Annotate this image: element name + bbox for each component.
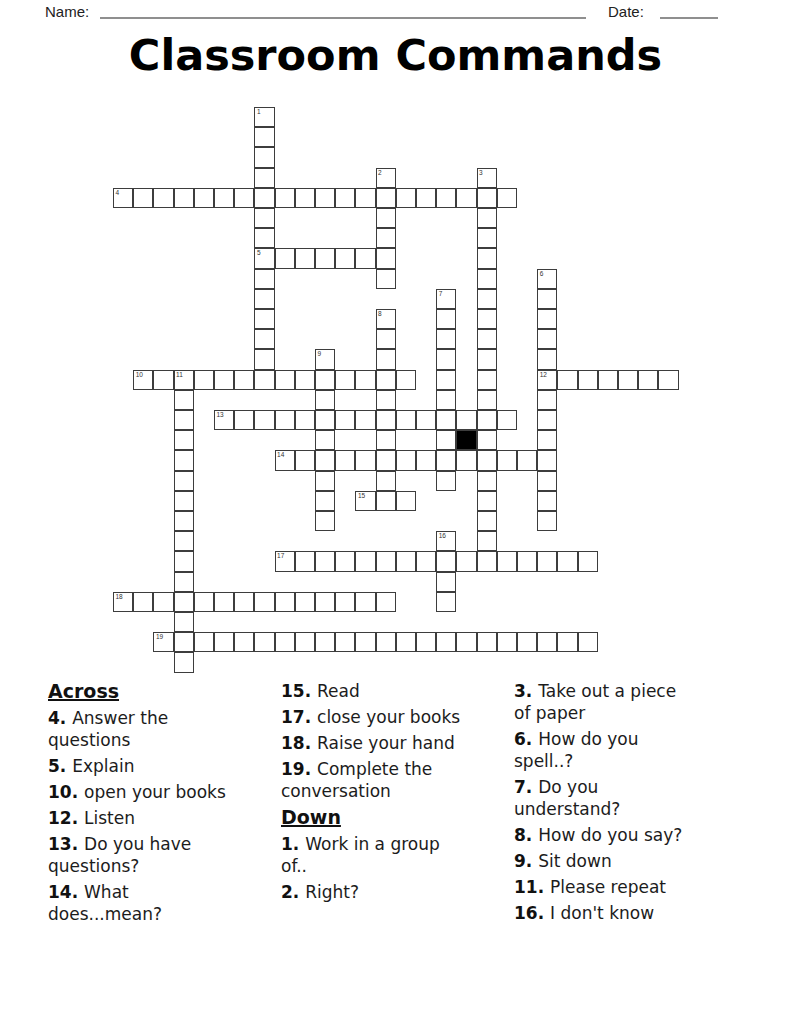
grid-cell[interactable] (174, 450, 194, 470)
grid-cell[interactable] (254, 188, 274, 208)
grid-cell[interactable] (194, 592, 214, 612)
grid-cell[interactable] (254, 147, 274, 167)
grid-cell[interactable] (315, 248, 335, 268)
grid-cell[interactable] (376, 329, 396, 349)
grid-cell[interactable] (557, 551, 577, 571)
grid-cell[interactable]: 1 (254, 107, 274, 127)
grid-cell[interactable] (416, 551, 436, 571)
grid-cell[interactable] (315, 430, 335, 450)
grid-cell[interactable] (295, 450, 315, 470)
grid-cell[interactable] (194, 632, 214, 652)
grid-cell[interactable] (537, 450, 557, 470)
grid-cell[interactable] (396, 551, 416, 571)
grid-cell[interactable] (214, 632, 234, 652)
grid-cell[interactable] (517, 632, 537, 652)
date-line (660, 3, 718, 19)
down-header: Down (281, 806, 506, 828)
crossword-grid: 12345678910111213141516171819 (113, 107, 679, 673)
cell-number: 1 (257, 108, 261, 116)
clue-down-8: 8. How do you say? (514, 824, 729, 846)
grid-cell[interactable] (234, 410, 254, 430)
grid-cell[interactable]: 17 (275, 551, 295, 571)
grid-cell[interactable] (376, 349, 396, 369)
grid-cell[interactable] (396, 188, 416, 208)
grid-cell[interactable] (174, 652, 194, 672)
grid-cell[interactable] (335, 410, 355, 430)
grid-cell[interactable] (497, 188, 517, 208)
grid-cell[interactable] (416, 632, 436, 652)
grid-cell[interactable]: 19 (153, 632, 173, 652)
grid-cell[interactable] (537, 390, 557, 410)
grid-cell[interactable] (537, 349, 557, 369)
grid-cell[interactable] (537, 471, 557, 491)
grid-cell[interactable] (436, 329, 456, 349)
grid-cell[interactable] (174, 188, 194, 208)
grid-cell[interactable]: 18 (113, 592, 133, 612)
black-cell (456, 430, 476, 450)
cell-number: 16 (439, 532, 446, 540)
grid-cell[interactable] (477, 269, 497, 289)
grid-cell[interactable] (477, 188, 497, 208)
grid-cell[interactable] (396, 491, 416, 511)
grid-cell[interactable] (416, 410, 436, 430)
grid-cell[interactable] (174, 410, 194, 430)
grid-cell[interactable] (477, 208, 497, 228)
cell-number: 7 (439, 290, 443, 298)
worksheet-page: Name: Date: Classroom Commands 123456789… (0, 0, 791, 1024)
grid-cell[interactable] (174, 531, 194, 551)
grid-cell[interactable] (194, 188, 214, 208)
grid-cell[interactable] (436, 592, 456, 612)
grid-cell[interactable] (436, 410, 456, 430)
grid-cell[interactable] (477, 471, 497, 491)
grid-cell[interactable] (376, 188, 396, 208)
grid-cell[interactable] (335, 450, 355, 470)
grid-cell[interactable] (355, 370, 375, 390)
grid-cell[interactable] (315, 511, 335, 531)
grid-cell[interactable] (497, 632, 517, 652)
grid-cell[interactable] (254, 269, 274, 289)
grid-cell[interactable] (456, 188, 476, 208)
grid-cell[interactable] (315, 632, 335, 652)
cell-number: 12 (540, 371, 547, 379)
grid-cell[interactable] (295, 632, 315, 652)
grid-cell[interactable]: 2 (376, 168, 396, 188)
grid-cell[interactable] (557, 370, 577, 390)
grid-cell[interactable] (537, 430, 557, 450)
grid-cell[interactable] (315, 390, 335, 410)
grid-cell[interactable] (477, 349, 497, 369)
grid-cell[interactable] (234, 592, 254, 612)
grid-cell[interactable] (456, 450, 476, 470)
grid-cell[interactable] (477, 551, 497, 571)
grid-cell[interactable] (275, 248, 295, 268)
grid-cell[interactable] (315, 450, 335, 470)
grid-cell[interactable] (275, 592, 295, 612)
date-label: Date: (608, 3, 644, 20)
grid-cell[interactable] (254, 309, 274, 329)
grid-cell[interactable] (335, 551, 355, 571)
clues-col-1: Across4. Answer the questions5. Explain1… (48, 680, 273, 929)
grid-cell[interactable] (315, 370, 335, 390)
clue-number: 13. (48, 834, 84, 854)
grid-cell[interactable] (174, 390, 194, 410)
grid-cell[interactable] (315, 410, 335, 430)
cell-number: 3 (479, 169, 483, 177)
clue-text: Sit down (538, 851, 611, 871)
grid-cell[interactable] (658, 370, 678, 390)
grid-cell[interactable] (578, 551, 598, 571)
grid-cell[interactable]: 6 (537, 269, 557, 289)
grid-cell[interactable]: 5 (254, 248, 274, 268)
grid-cell[interactable] (153, 592, 173, 612)
grid-cell[interactable] (315, 592, 335, 612)
grid-cell[interactable] (174, 632, 194, 652)
clue-text: Explain (72, 756, 134, 776)
clue-number: 11. (514, 877, 550, 897)
grid-cell[interactable] (254, 168, 274, 188)
grid-cell[interactable] (376, 208, 396, 228)
grid-cell[interactable] (335, 592, 355, 612)
grid-cell[interactable] (275, 410, 295, 430)
cell-number: 17 (277, 552, 284, 560)
grid-cell[interactable] (315, 188, 335, 208)
grid-cell[interactable] (436, 370, 456, 390)
grid-cell[interactable] (537, 551, 557, 571)
clue-number: 15. (281, 681, 317, 701)
grid-cell[interactable] (416, 450, 436, 470)
clue-number: 7. (514, 777, 538, 797)
grid-cell[interactable] (315, 491, 335, 511)
grid-cell[interactable] (436, 471, 456, 491)
grid-cell[interactable] (456, 551, 476, 571)
grid-cell[interactable]: 12 (537, 370, 557, 390)
grid-cell[interactable] (537, 491, 557, 511)
clue-number: 4. (48, 708, 72, 728)
clue-text: Please repeat (550, 877, 666, 897)
grid-cell[interactable] (456, 410, 476, 430)
clue-text: Take out a piece of paper (514, 681, 676, 723)
grid-cell[interactable] (174, 491, 194, 511)
grid-cell[interactable] (376, 450, 396, 470)
grid-cell[interactable] (436, 309, 456, 329)
clue-across-13: 13. Do you have questions? (48, 833, 273, 877)
grid-cell[interactable] (477, 531, 497, 551)
grid-cell[interactable]: 16 (436, 531, 456, 551)
cell-number: 14 (277, 451, 284, 459)
grid-cell[interactable] (416, 188, 436, 208)
grid-cell[interactable] (254, 632, 274, 652)
grid-cell[interactable] (214, 188, 234, 208)
grid-cell[interactable] (335, 248, 355, 268)
name-label: Name: (45, 3, 89, 20)
cell-number: 5 (257, 249, 261, 257)
grid-cell[interactable] (396, 632, 416, 652)
cell-number: 11 (176, 371, 183, 379)
grid-cell[interactable] (315, 551, 335, 571)
cell-number: 13 (217, 411, 224, 419)
grid-cell[interactable] (396, 450, 416, 470)
grid-cell[interactable] (254, 208, 274, 228)
clues-col-2: 15. Read17. close your books18. Raise yo… (281, 680, 506, 907)
cell-number: 19 (156, 633, 163, 641)
clue-number: 12. (48, 808, 84, 828)
grid-cell[interactable] (295, 592, 315, 612)
grid-cell[interactable] (477, 632, 497, 652)
clue-across-5: 5. Explain (48, 755, 273, 777)
clue-down-16: 16. I don't know (514, 902, 729, 924)
clue-text: open your books (84, 782, 226, 802)
clue-across-14: 14. What does...mean? (48, 881, 273, 925)
clues-col-3: 3. Take out a piece of paper6. How do yo… (514, 680, 729, 928)
grid-cell[interactable] (234, 632, 254, 652)
grid-cell[interactable] (477, 248, 497, 268)
clue-across-18: 18. Raise your hand (281, 732, 506, 754)
clue-number: 17. (281, 707, 317, 727)
grid-cell[interactable] (578, 370, 598, 390)
grid-cell[interactable] (517, 551, 537, 571)
grid-cell[interactable] (174, 592, 194, 612)
clue-down-1: 1. Work in a group of.. (281, 833, 506, 877)
grid-cell[interactable] (477, 329, 497, 349)
grid-cell[interactable] (436, 572, 456, 592)
clue-text: Raise your hand (317, 733, 455, 753)
grid-cell[interactable] (335, 632, 355, 652)
clue-text: Right? (305, 882, 359, 902)
grid-cell[interactable] (254, 289, 274, 309)
grid-cell[interactable] (275, 370, 295, 390)
grid-cell[interactable] (436, 632, 456, 652)
clue-down-3: 3. Take out a piece of paper (514, 680, 729, 724)
grid-cell[interactable] (598, 370, 618, 390)
grid-cell[interactable] (254, 329, 274, 349)
grid-cell[interactable] (456, 632, 476, 652)
name-line (100, 3, 586, 19)
clue-across-19: 19. Complete the conversation (281, 758, 506, 802)
grid-cell[interactable] (436, 430, 456, 450)
clue-across-10: 10. open your books (48, 781, 273, 803)
clue-across-12: 12. Listen (48, 807, 273, 829)
grid-cell[interactable] (578, 632, 598, 652)
grid-cell[interactable]: 14 (275, 450, 295, 470)
grid-cell[interactable] (254, 370, 274, 390)
grid-cell[interactable] (133, 592, 153, 612)
grid-cell[interactable] (477, 370, 497, 390)
grid-cell[interactable] (174, 430, 194, 450)
grid-cell[interactable] (133, 188, 153, 208)
grid-cell[interactable]: 4 (113, 188, 133, 208)
clue-across-15: 15. Read (281, 680, 506, 702)
grid-cell[interactable] (638, 370, 658, 390)
grid-cell[interactable] (355, 450, 375, 470)
clue-number: 2. (281, 882, 305, 902)
grid-cell[interactable] (396, 410, 416, 430)
cell-number: 2 (378, 169, 382, 177)
grid-cell[interactable] (376, 551, 396, 571)
grid-cell[interactable]: 11 (174, 370, 194, 390)
cell-number: 9 (318, 350, 322, 358)
grid-cell[interactable] (436, 188, 456, 208)
grid-cell[interactable] (355, 592, 375, 612)
grid-cell[interactable] (537, 289, 557, 309)
clue-text: Listen (84, 808, 135, 828)
grid-cell[interactable] (376, 491, 396, 511)
grid-cell[interactable] (315, 471, 335, 491)
clue-across-17: 17. close your books (281, 706, 506, 728)
grid-cell[interactable] (254, 349, 274, 369)
grid-cell[interactable] (537, 511, 557, 531)
grid-cell[interactable] (174, 511, 194, 531)
cell-number: 15 (358, 492, 365, 500)
grid-cell[interactable] (234, 370, 254, 390)
grid-cell[interactable] (376, 269, 396, 289)
clue-down-2: 2. Right? (281, 881, 506, 903)
clue-number: 9. (514, 851, 538, 871)
grid-cell[interactable] (214, 370, 234, 390)
grid-cell[interactable] (376, 471, 396, 491)
clue-text: How do you say? (538, 825, 682, 845)
grid-cell[interactable] (477, 228, 497, 248)
clue-number: 19. (281, 759, 317, 779)
grid-cell[interactable] (174, 572, 194, 592)
clue-number: 16. (514, 903, 550, 923)
grid-cell[interactable] (295, 410, 315, 430)
grid-cell[interactable] (254, 127, 274, 147)
grid-cell[interactable] (376, 632, 396, 652)
clue-number: 5. (48, 756, 72, 776)
clue-text: close your books (317, 707, 460, 727)
grid-cell[interactable] (174, 471, 194, 491)
grid-cell[interactable] (254, 410, 274, 430)
grid-cell[interactable] (497, 551, 517, 571)
cell-number: 18 (116, 593, 123, 601)
clue-down-9: 9. Sit down (514, 850, 729, 872)
grid-cell[interactable] (275, 632, 295, 652)
grid-cell[interactable] (436, 450, 456, 470)
grid-cell[interactable] (234, 188, 254, 208)
grid-cell[interactable] (497, 410, 517, 430)
grid-cell[interactable] (295, 370, 315, 390)
cell-number: 8 (378, 310, 382, 318)
grid-cell[interactable]: 9 (315, 349, 335, 369)
grid-cell[interactable] (517, 450, 537, 470)
grid-cell[interactable] (174, 551, 194, 571)
clue-text: Work in a group of.. (281, 834, 440, 876)
clue-down-7: 7. Do you understand? (514, 776, 729, 820)
clue-number: 8. (514, 825, 538, 845)
grid-cell[interactable]: 7 (436, 289, 456, 309)
clue-down-11: 11. Please repeat (514, 876, 729, 898)
clue-number: 14. (48, 882, 84, 902)
grid-cell[interactable] (376, 390, 396, 410)
grid-cell[interactable] (436, 349, 456, 369)
grid-cell[interactable] (537, 410, 557, 430)
clue-number: 6. (514, 729, 538, 749)
grid-cell[interactable] (295, 188, 315, 208)
grid-cell[interactable] (477, 511, 497, 531)
grid-cell[interactable] (477, 289, 497, 309)
grid-cell[interactable] (477, 430, 497, 450)
grid-cell[interactable] (376, 370, 396, 390)
grid-cell[interactable] (153, 188, 173, 208)
grid-cell[interactable] (275, 188, 295, 208)
grid-cell[interactable] (477, 491, 497, 511)
grid-cell[interactable] (376, 430, 396, 450)
grid-cell[interactable]: 8 (376, 309, 396, 329)
page-title: Classroom Commands (0, 30, 791, 80)
grid-cell[interactable] (477, 309, 497, 329)
grid-cell[interactable] (254, 228, 274, 248)
grid-cell[interactable] (537, 329, 557, 349)
grid-cell[interactable] (436, 551, 456, 571)
grid-cell[interactable] (295, 248, 315, 268)
grid-cell[interactable]: 10 (133, 370, 153, 390)
clue-text: I don't know (550, 903, 654, 923)
grid-cell[interactable] (618, 370, 638, 390)
cell-number: 4 (116, 189, 120, 197)
clue-down-6: 6. How do you spell..? (514, 728, 729, 772)
clue-number: 1. (281, 834, 305, 854)
grid-cell[interactable] (477, 390, 497, 410)
grid-cell[interactable] (477, 410, 497, 430)
grid-cell[interactable] (537, 309, 557, 329)
clue-across-4: 4. Answer the questions (48, 707, 273, 751)
grid-cell[interactable] (295, 551, 315, 571)
grid-cell[interactable] (153, 370, 173, 390)
grid-cell[interactable] (214, 592, 234, 612)
grid-cell[interactable] (174, 612, 194, 632)
clue-number: 3. (514, 681, 538, 701)
grid-cell[interactable] (497, 450, 517, 470)
grid-cell[interactable] (194, 370, 214, 390)
clue-number: 18. (281, 733, 317, 753)
grid-cell[interactable] (376, 228, 396, 248)
grid-cell[interactable] (335, 188, 355, 208)
grid-cell[interactable] (436, 390, 456, 410)
grid-cell[interactable] (355, 248, 375, 268)
grid-cell[interactable] (355, 188, 375, 208)
grid-cell[interactable] (477, 450, 497, 470)
grid-cell[interactable] (396, 370, 416, 390)
grid-cell[interactable] (376, 410, 396, 430)
clue-text: Read (317, 681, 360, 701)
across-header: Across (48, 680, 273, 702)
grid-cell[interactable]: 3 (477, 168, 497, 188)
clue-number: 10. (48, 782, 84, 802)
grid-cell[interactable]: 15 (355, 491, 375, 511)
grid-cell[interactable] (355, 551, 375, 571)
grid-cell[interactable] (254, 592, 274, 612)
cell-number: 6 (540, 270, 544, 278)
grid-cell[interactable]: 13 (214, 410, 234, 430)
grid-cell[interactable] (376, 248, 396, 268)
grid-cell[interactable] (355, 410, 375, 430)
grid-cell[interactable] (355, 632, 375, 652)
grid-cell[interactable] (335, 370, 355, 390)
grid-cell[interactable] (557, 632, 577, 652)
cell-number: 10 (136, 371, 143, 379)
grid-cell[interactable] (376, 592, 396, 612)
grid-cell[interactable] (537, 632, 557, 652)
